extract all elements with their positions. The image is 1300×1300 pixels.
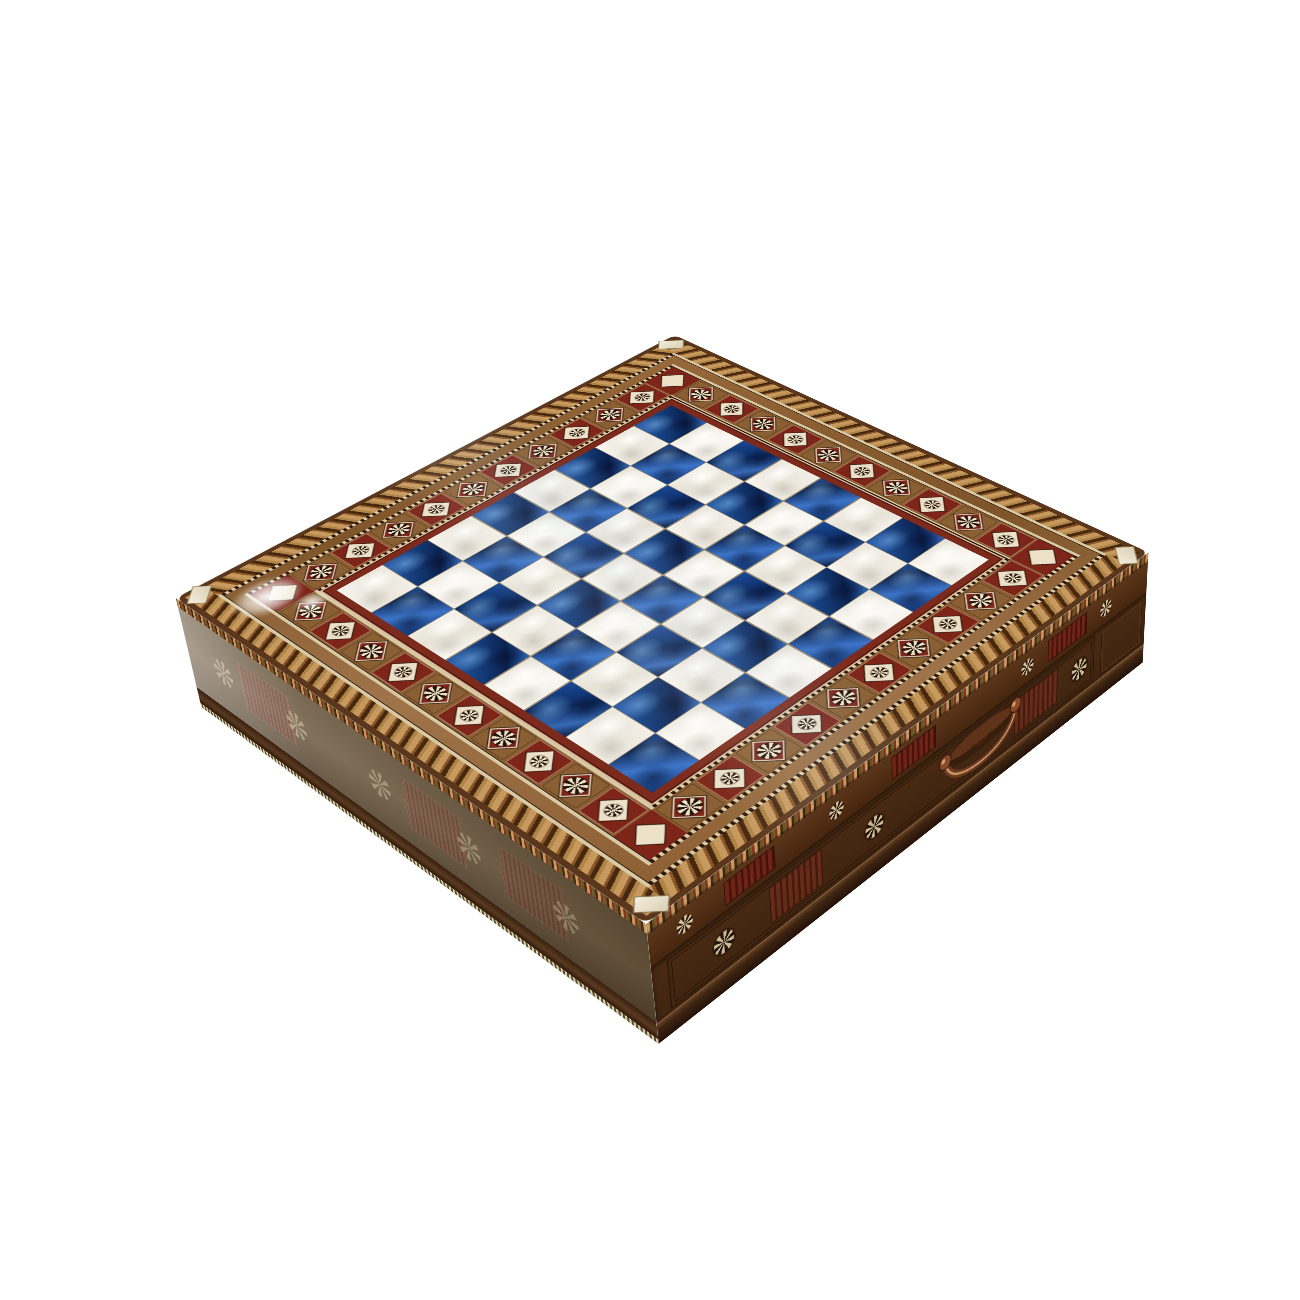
board-square [746, 645, 831, 698]
board-square [613, 678, 699, 733]
mosaic-lozenge-tile [578, 787, 648, 834]
faded-star-inlay [212, 654, 236, 692]
mosaic-rosette-tile [655, 783, 725, 831]
board-square [372, 587, 453, 636]
board-square [455, 583, 536, 631]
board-square [538, 579, 619, 627]
board-square [485, 657, 570, 710]
mosaic-lozenge-tile [436, 695, 502, 737]
board-square [702, 673, 788, 728]
mosaic-rosette-tile [882, 628, 946, 668]
mosaic-lozenge-tile [309, 612, 371, 650]
mosaic-lozenge-tile [695, 756, 764, 802]
mosaic-rosette-tile [470, 717, 537, 760]
mosaic-lozenge-tile [916, 605, 979, 644]
board-grid [337, 405, 989, 792]
board-square [659, 649, 744, 702]
chess-box [176, 335, 1149, 924]
faded-star-inlay [552, 895, 580, 939]
board-square [662, 598, 744, 648]
board-square [618, 625, 702, 676]
board-square [656, 703, 744, 760]
board-top-face [176, 335, 1149, 924]
mosaic-corner-tile [614, 810, 688, 860]
board-square [787, 568, 868, 616]
rope-border-band [185, 339, 1139, 916]
star-inlay [1100, 596, 1112, 620]
board-square [621, 576, 702, 624]
mosaic-rosette-tile [811, 677, 877, 719]
star-inlay [829, 797, 844, 824]
board-square [493, 606, 575, 656]
mosaic-lozenge-tile [982, 560, 1043, 596]
mosaic-lozenge-tile [505, 740, 573, 785]
board-square [704, 572, 785, 620]
faded-star-inlay [456, 827, 483, 869]
board-square [703, 621, 787, 672]
board-square [830, 590, 912, 639]
board-square [408, 610, 490, 660]
board-square [577, 602, 659, 652]
board-square [609, 734, 699, 793]
mother-of-pearl-corner-inlay [186, 585, 212, 604]
faded-star-inlay [367, 764, 393, 805]
mosaic-rosette-tile [403, 673, 468, 714]
board-square [746, 594, 828, 644]
board-square [566, 707, 654, 764]
board-square [789, 617, 873, 668]
mosaic-lozenge-tile [371, 652, 435, 692]
board-square [870, 564, 951, 612]
board-square [532, 629, 616, 680]
star-inlay [1021, 655, 1033, 680]
board-square [525, 682, 612, 737]
faded-star-inlay [284, 706, 309, 745]
mosaic-rosette-tile [541, 763, 610, 809]
mosaic-rosette-tile [735, 729, 803, 774]
board-square [446, 633, 530, 685]
star-inlay [676, 910, 694, 938]
mosaic-rosette-tile [280, 593, 342, 630]
board-square [572, 653, 657, 706]
mosaic-lozenge-tile [773, 702, 840, 745]
mosaic-rosette-tile [340, 632, 403, 671]
photo-stage [0, 0, 1300, 1300]
mosaic-rosette-tile [950, 582, 1012, 619]
mosaic-lozenge-tile [847, 652, 912, 693]
mother-of-pearl-corner-inlay [658, 340, 684, 349]
